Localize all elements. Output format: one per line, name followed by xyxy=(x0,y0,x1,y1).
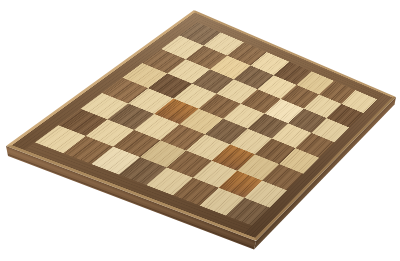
chessboard-product-photo xyxy=(0,0,400,261)
